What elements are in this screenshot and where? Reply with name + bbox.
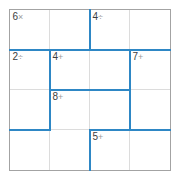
cell-r0c2[interactable]	[90, 10, 130, 50]
cell-r1c0[interactable]	[10, 50, 50, 90]
cell-r1c2[interactable]	[90, 50, 130, 90]
cell-r2c2[interactable]	[90, 90, 130, 130]
cell-r2c0[interactable]	[10, 90, 50, 130]
cell-r0c3[interactable]	[130, 10, 170, 50]
cell-r1c3[interactable]	[130, 50, 170, 90]
cell-r3c3[interactable]	[130, 130, 170, 170]
kenken-grid	[10, 10, 170, 170]
cell-r3c1[interactable]	[50, 130, 90, 170]
cell-r2c1[interactable]	[50, 90, 90, 130]
cell-r2c3[interactable]	[130, 90, 170, 130]
cell-r1c1[interactable]	[50, 50, 90, 90]
cell-r0c1[interactable]	[50, 10, 90, 50]
cell-r3c2[interactable]	[90, 130, 130, 170]
cell-r3c0[interactable]	[10, 130, 50, 170]
cell-r0c0[interactable]	[10, 10, 50, 50]
kenken-board: 6×4÷2÷4+7+8+5+	[9, 9, 171, 171]
